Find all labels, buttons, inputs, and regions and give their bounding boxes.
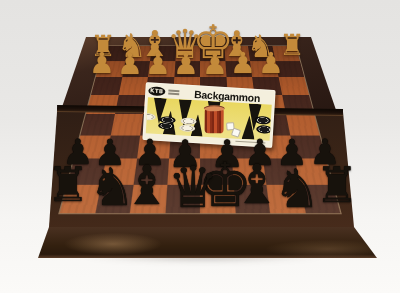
white-pawn-e2[interactable]: ♟: [170, 50, 202, 79]
booklet-logo: KTB: [148, 86, 166, 96]
checker-white: [179, 124, 195, 132]
dice-cup: [205, 108, 224, 133]
black-knight-b8[interactable]: ♞: [268, 162, 326, 215]
checker-black: [255, 116, 271, 125]
white-pawn-b2[interactable]: ♟: [255, 49, 287, 78]
checker-white: [146, 113, 156, 121]
box-front-face: [38, 227, 377, 258]
booklet-fine-print: [168, 90, 179, 95]
chess-set-photo: KTB Backgammon ♜♞♝♛♚♝♞♜♟♟♟♟♟♟♟♟♟♟♟♟♟♟♟♜♞…: [0, 0, 400, 293]
black-queen-e8[interactable]: ♛: [162, 159, 225, 216]
white-pawn-d2[interactable]: ♟: [199, 50, 231, 79]
